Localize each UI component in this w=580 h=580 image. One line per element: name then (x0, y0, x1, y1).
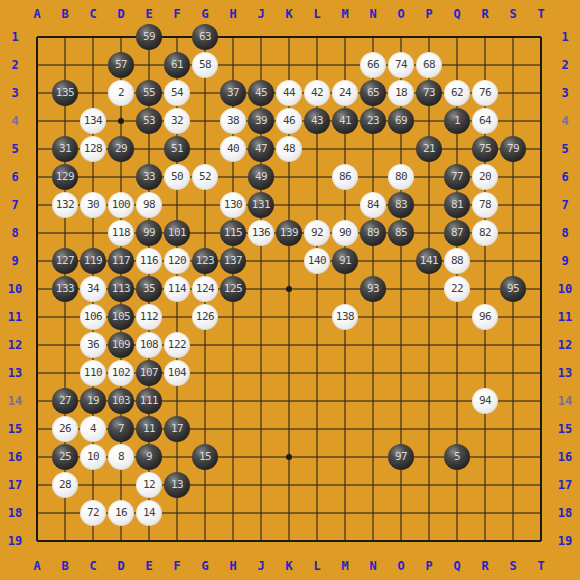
stone-white[interactable]: 124 (192, 276, 218, 302)
stone-white[interactable]: 126 (192, 304, 218, 330)
row-label-2: 2 (552, 56, 578, 74)
stone-black[interactable]: 83 (388, 192, 414, 218)
column-label-D: D (107, 5, 135, 23)
stone-white[interactable]: 20 (472, 164, 498, 190)
stone-black[interactable]: 11 (136, 416, 162, 442)
stone-white[interactable]: 32 (164, 108, 190, 134)
stone-black[interactable]: 123 (192, 248, 218, 274)
stone-white[interactable]: 18 (388, 80, 414, 106)
stone-black[interactable]: 127 (52, 248, 78, 274)
stone-white[interactable]: 134 (80, 108, 106, 134)
stone-black[interactable]: 107 (136, 360, 162, 386)
column-label-A: A (23, 5, 51, 23)
column-label-G: G (191, 557, 219, 575)
row-label-16: 16 (2, 448, 28, 466)
row-label-7: 7 (2, 196, 28, 214)
stone-black[interactable]: 49 (248, 164, 274, 190)
stone-white[interactable]: 106 (80, 304, 106, 330)
stone-white[interactable]: 88 (444, 248, 470, 274)
stone-white[interactable]: 64 (472, 108, 498, 134)
stone-black[interactable]: 37 (220, 80, 246, 106)
stone-black[interactable]: 53 (136, 108, 162, 134)
row-label-7: 7 (552, 196, 578, 214)
stone-white[interactable]: 82 (472, 220, 498, 246)
stone-white[interactable]: 48 (276, 136, 302, 162)
row-label-16: 16 (552, 448, 578, 466)
stone-white[interactable]: 34 (80, 276, 106, 302)
row-label-19: 19 (552, 532, 578, 550)
column-label-S: S (499, 557, 527, 575)
column-label-Q: Q (443, 557, 471, 575)
stone-black[interactable]: 33 (136, 164, 162, 190)
stone-black[interactable]: 81 (444, 192, 470, 218)
column-label-B: B (51, 5, 79, 23)
stone-black[interactable]: 91 (332, 248, 358, 274)
stone-white[interactable]: 40 (220, 136, 246, 162)
column-label-J: J (247, 5, 275, 23)
row-label-14: 14 (2, 392, 28, 410)
stone-black[interactable]: 135 (52, 80, 78, 106)
stone-white[interactable]: 68 (416, 52, 442, 78)
stone-black[interactable]: 79 (500, 136, 526, 162)
row-label-14: 14 (552, 392, 578, 410)
stone-black[interactable]: 5 (444, 444, 470, 470)
stone-white[interactable]: 2 (108, 80, 134, 106)
stone-black[interactable]: 133 (52, 276, 78, 302)
column-label-E: E (135, 557, 163, 575)
column-label-F: F (163, 557, 191, 575)
row-label-10: 10 (552, 280, 578, 298)
stone-white[interactable]: 50 (164, 164, 190, 190)
row-label-18: 18 (2, 504, 28, 522)
stone-black[interactable]: 65 (360, 80, 386, 106)
stone-white[interactable]: 100 (108, 192, 134, 218)
column-label-Q: Q (443, 5, 471, 23)
stone-black[interactable]: 43 (304, 108, 330, 134)
row-label-9: 9 (2, 252, 28, 270)
stone-black[interactable]: 103 (108, 388, 134, 414)
stone-black[interactable]: 17 (164, 416, 190, 442)
stone-white[interactable]: 80 (388, 164, 414, 190)
stone-black[interactable]: 129 (52, 164, 78, 190)
column-label-O: O (387, 557, 415, 575)
row-label-13: 13 (552, 364, 578, 382)
stone-white[interactable]: 132 (52, 192, 78, 218)
stone-white[interactable]: 28 (52, 472, 78, 498)
stone-black[interactable]: 97 (388, 444, 414, 470)
column-label-M: M (331, 557, 359, 575)
row-label-15: 15 (552, 420, 578, 438)
stone-white[interactable]: 78 (472, 192, 498, 218)
row-label-18: 18 (552, 504, 578, 522)
stone-black[interactable]: 61 (164, 52, 190, 78)
stone-black[interactable]: 89 (360, 220, 386, 246)
stone-black[interactable]: 35 (136, 276, 162, 302)
stone-white[interactable]: 86 (332, 164, 358, 190)
stone-white[interactable]: 98 (136, 192, 162, 218)
stone-black[interactable]: 1 (444, 108, 470, 134)
row-label-11: 11 (2, 308, 28, 326)
stone-black[interactable]: 115 (220, 220, 246, 246)
row-label-12: 12 (2, 336, 28, 354)
stone-white[interactable]: 122 (164, 332, 190, 358)
column-label-K: K (275, 557, 303, 575)
column-label-S: S (499, 5, 527, 23)
column-label-M: M (331, 5, 359, 23)
stone-white[interactable]: 58 (192, 52, 218, 78)
stone-black[interactable]: 25 (52, 444, 78, 470)
stone-white[interactable]: 84 (360, 192, 386, 218)
stone-white[interactable]: 110 (80, 360, 106, 386)
go-board-diagram: 1245789101112131415161718192021222324252… (0, 0, 580, 580)
stone-white[interactable]: 92 (304, 220, 330, 246)
stone-black[interactable]: 23 (360, 108, 386, 134)
stone-white[interactable]: 116 (136, 248, 162, 274)
stone-black[interactable]: 101 (164, 220, 190, 246)
stone-black[interactable]: 99 (136, 220, 162, 246)
row-label-15: 15 (2, 420, 28, 438)
column-label-J: J (247, 557, 275, 575)
go-board: 1245789101112131415161718192021222324252… (23, 23, 555, 555)
stone-white[interactable]: 46 (276, 108, 302, 134)
column-label-T: T (527, 557, 555, 575)
row-label-5: 5 (2, 140, 28, 158)
column-label-P: P (415, 557, 443, 575)
stone-white[interactable]: 74 (388, 52, 414, 78)
stone-black[interactable]: 69 (388, 108, 414, 134)
stone-white[interactable]: 128 (80, 136, 106, 162)
column-label-C: C (79, 557, 107, 575)
column-label-F: F (163, 5, 191, 23)
stone-black[interactable]: 19 (80, 388, 106, 414)
column-label-R: R (471, 557, 499, 575)
row-label-10: 10 (2, 280, 28, 298)
column-label-C: C (79, 5, 107, 23)
stone-black[interactable]: 59 (136, 24, 162, 50)
row-label-1: 1 (552, 28, 578, 46)
stone-white[interactable]: 112 (136, 304, 162, 330)
stone-black[interactable]: 41 (332, 108, 358, 134)
stone-white[interactable]: 24 (332, 80, 358, 106)
row-label-5: 5 (552, 140, 578, 158)
row-label-9: 9 (552, 252, 578, 270)
column-label-A: A (23, 557, 51, 575)
stone-white[interactable]: 104 (164, 360, 190, 386)
row-label-1: 1 (2, 28, 28, 46)
stone-white[interactable]: 4 (80, 416, 106, 442)
stone-black[interactable]: 27 (52, 388, 78, 414)
stone-black[interactable]: 131 (248, 192, 274, 218)
stone-black[interactable]: 87 (444, 220, 470, 246)
stone-white[interactable]: 12 (136, 472, 162, 498)
stone-white[interactable]: 114 (164, 276, 190, 302)
stone-black[interactable]: 109 (108, 332, 134, 358)
column-label-T: T (527, 5, 555, 23)
stone-black[interactable]: 85 (388, 220, 414, 246)
stone-black[interactable]: 9 (136, 444, 162, 470)
stone-white[interactable]: 54 (164, 80, 190, 106)
column-label-O: O (387, 5, 415, 23)
row-label-3: 3 (552, 84, 578, 102)
stone-black[interactable]: 73 (416, 80, 442, 106)
stone-white[interactable]: 44 (276, 80, 302, 106)
stone-white[interactable]: 22 (444, 276, 470, 302)
stone-black[interactable]: 75 (472, 136, 498, 162)
stone-white[interactable]: 76 (472, 80, 498, 106)
stone-black[interactable]: 55 (136, 80, 162, 106)
column-label-H: H (219, 5, 247, 23)
stone-white[interactable]: 52 (192, 164, 218, 190)
stone-black[interactable]: 137 (220, 248, 246, 274)
row-label-11: 11 (552, 308, 578, 326)
stone-white[interactable]: 8 (108, 444, 134, 470)
stone-white[interactable]: 96 (472, 304, 498, 330)
stone-black[interactable]: 45 (248, 80, 274, 106)
stone-white[interactable]: 30 (80, 192, 106, 218)
stone-white[interactable]: 38 (220, 108, 246, 134)
stone-white[interactable]: 16 (108, 500, 134, 526)
stone-black[interactable]: 15 (192, 444, 218, 470)
column-label-D: D (107, 557, 135, 575)
stone-white[interactable]: 120 (164, 248, 190, 274)
column-label-H: H (219, 557, 247, 575)
stone-white[interactable]: 62 (444, 80, 470, 106)
column-label-R: R (471, 5, 499, 23)
row-label-12: 12 (552, 336, 578, 354)
stone-white[interactable]: 42 (304, 80, 330, 106)
row-label-4: 4 (2, 112, 28, 130)
stone-black[interactable]: 47 (248, 136, 274, 162)
column-label-K: K (275, 5, 303, 23)
row-label-17: 17 (2, 476, 28, 494)
stone-white[interactable]: 66 (360, 52, 386, 78)
stone-white[interactable]: 108 (136, 332, 162, 358)
stone-white[interactable]: 90 (332, 220, 358, 246)
stone-black[interactable]: 125 (220, 276, 246, 302)
row-label-17: 17 (552, 476, 578, 494)
stone-white[interactable]: 72 (80, 500, 106, 526)
column-label-N: N (359, 557, 387, 575)
row-label-6: 6 (2, 168, 28, 186)
stone-black[interactable]: 31 (52, 136, 78, 162)
stone-black[interactable]: 63 (192, 24, 218, 50)
stone-black[interactable]: 141 (416, 248, 442, 274)
stone-black[interactable]: 111 (136, 388, 162, 414)
stone-black[interactable]: 105 (108, 304, 134, 330)
column-label-L: L (303, 5, 331, 23)
column-label-B: B (51, 557, 79, 575)
row-label-4: 4 (552, 112, 578, 130)
stone-white[interactable]: 10 (80, 444, 106, 470)
row-label-3: 3 (2, 84, 28, 102)
stone-black[interactable]: 119 (80, 248, 106, 274)
stone-black[interactable]: 93 (360, 276, 386, 302)
stone-black[interactable]: 39 (248, 108, 274, 134)
stone-black[interactable]: 13 (164, 472, 190, 498)
column-label-L: L (303, 557, 331, 575)
stone-black[interactable]: 95 (500, 276, 526, 302)
stone-white[interactable]: 136 (248, 220, 274, 246)
stone-white[interactable]: 36 (80, 332, 106, 358)
column-label-P: P (415, 5, 443, 23)
row-label-2: 2 (2, 56, 28, 74)
row-label-8: 8 (552, 224, 578, 242)
column-label-E: E (135, 5, 163, 23)
stone-white[interactable]: 14 (136, 500, 162, 526)
stone-black[interactable]: 7 (108, 416, 134, 442)
stone-black[interactable]: 113 (108, 276, 134, 302)
stone-black[interactable]: 21 (416, 136, 442, 162)
stone-white[interactable]: 140 (304, 248, 330, 274)
column-label-N: N (359, 5, 387, 23)
stone-black[interactable]: 117 (108, 248, 134, 274)
stone-white[interactable]: 118 (108, 220, 134, 246)
stone-black[interactable]: 77 (444, 164, 470, 190)
stone-white[interactable]: 130 (220, 192, 246, 218)
row-label-6: 6 (552, 168, 578, 186)
row-label-19: 19 (2, 532, 28, 550)
stone-black[interactable]: 57 (108, 52, 134, 78)
row-label-13: 13 (2, 364, 28, 382)
stone-white[interactable]: 26 (52, 416, 78, 442)
stone-white[interactable]: 138 (332, 304, 358, 330)
stone-white[interactable]: 94 (472, 388, 498, 414)
stone-black[interactable]: 29 (108, 136, 134, 162)
stone-white[interactable]: 102 (108, 360, 134, 386)
column-label-G: G (191, 5, 219, 23)
stone-black[interactable]: 51 (164, 136, 190, 162)
row-label-8: 8 (2, 224, 28, 242)
stone-black[interactable]: 139 (276, 220, 302, 246)
